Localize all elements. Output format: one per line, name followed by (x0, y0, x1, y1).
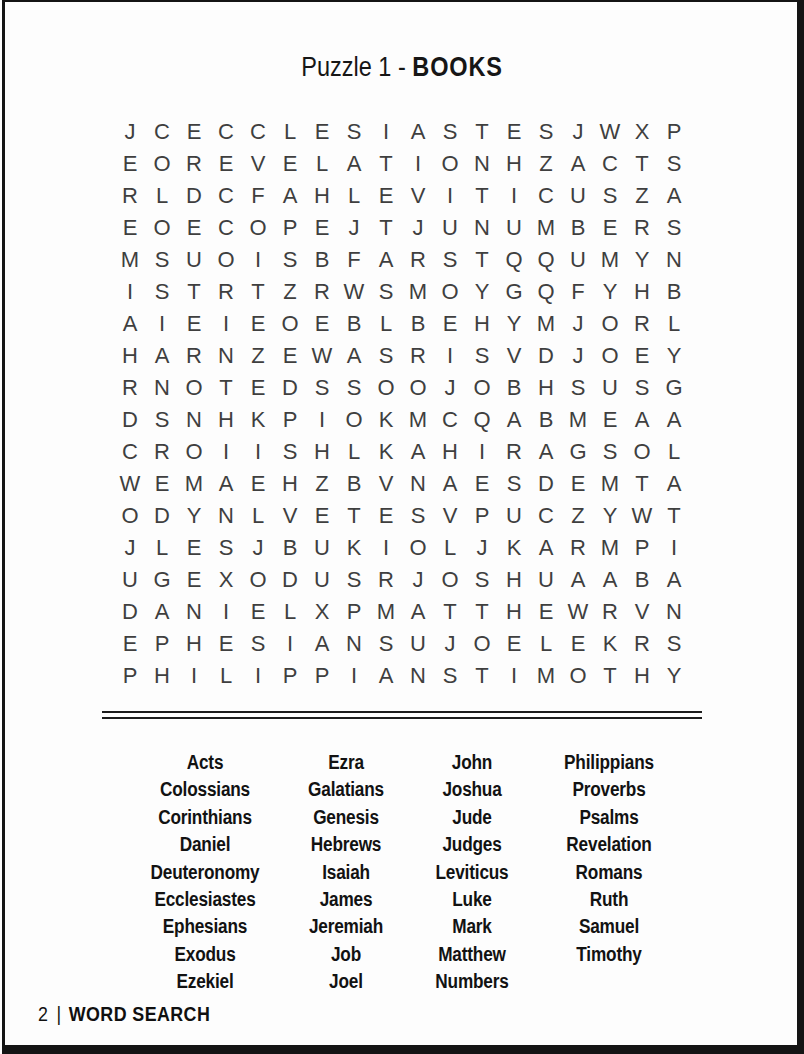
grid-cell[interactable]: C (242, 116, 274, 148)
grid-cell[interactable]: I (242, 660, 274, 692)
grid-cell[interactable]: O (626, 436, 658, 468)
grid-cell[interactable]: V (242, 148, 274, 180)
grid-cell[interactable]: M (402, 276, 434, 308)
grid-cell[interactable]: A (562, 564, 594, 596)
grid-cell[interactable]: H (114, 340, 146, 372)
grid-cell[interactable]: S (466, 340, 498, 372)
grid-cell[interactable]: T (210, 372, 242, 404)
grid-cell[interactable]: E (242, 596, 274, 628)
grid-cell[interactable]: A (530, 532, 562, 564)
grid-cell[interactable]: A (498, 404, 530, 436)
grid-cell[interactable]: K (370, 404, 402, 436)
grid-cell[interactable]: H (498, 564, 530, 596)
grid-cell[interactable]: J (242, 532, 274, 564)
grid-cell[interactable]: A (338, 340, 370, 372)
grid-cell[interactable]: W (114, 468, 146, 500)
grid-cell[interactable]: E (178, 532, 210, 564)
grid-cell[interactable]: E (178, 308, 210, 340)
grid-cell[interactable]: X (306, 596, 338, 628)
grid-cell[interactable]: Y (498, 308, 530, 340)
grid-cell[interactable]: I (498, 660, 530, 692)
grid-cell[interactable]: D (274, 564, 306, 596)
grid-cell[interactable]: N (466, 148, 498, 180)
grid-cell[interactable]: J (402, 564, 434, 596)
grid-cell[interactable]: A (658, 404, 690, 436)
grid-cell[interactable]: N (178, 404, 210, 436)
grid-cell[interactable]: T (370, 148, 402, 180)
grid-cell[interactable]: E (306, 116, 338, 148)
grid-cell[interactable]: Y (594, 276, 626, 308)
grid-cell[interactable]: O (338, 404, 370, 436)
grid-cell[interactable]: S (594, 180, 626, 212)
grid-cell[interactable]: N (466, 212, 498, 244)
grid-cell[interactable]: T (466, 116, 498, 148)
grid-cell[interactable]: E (626, 340, 658, 372)
grid-cell[interactable]: T (626, 468, 658, 500)
grid-cell[interactable]: D (114, 596, 146, 628)
grid-cell[interactable]: L (338, 180, 370, 212)
grid-cell[interactable]: J (466, 532, 498, 564)
grid-cell[interactable]: L (274, 596, 306, 628)
grid-cell[interactable]: M (370, 596, 402, 628)
grid-cell[interactable]: Z (530, 148, 562, 180)
grid-cell[interactable]: U (306, 532, 338, 564)
grid-cell[interactable]: R (370, 564, 402, 596)
grid-cell[interactable]: Q (530, 244, 562, 276)
grid-cell[interactable]: J (434, 372, 466, 404)
grid-cell[interactable]: L (242, 500, 274, 532)
grid-cell[interactable]: N (658, 596, 690, 628)
grid-cell[interactable]: T (370, 212, 402, 244)
grid-cell[interactable]: O (594, 308, 626, 340)
grid-cell[interactable]: M (530, 308, 562, 340)
grid-cell[interactable]: K (594, 628, 626, 660)
grid-cell[interactable]: A (370, 660, 402, 692)
grid-cell[interactable]: C (210, 116, 242, 148)
grid-cell[interactable]: V (370, 468, 402, 500)
grid-cell[interactable]: A (306, 628, 338, 660)
grid-cell[interactable]: O (178, 372, 210, 404)
grid-cell[interactable]: S (434, 116, 466, 148)
grid-cell[interactable]: I (658, 532, 690, 564)
grid-cell[interactable]: E (114, 628, 146, 660)
grid-cell[interactable]: E (498, 116, 530, 148)
grid-cell[interactable]: M (530, 660, 562, 692)
grid-cell[interactable]: P (114, 660, 146, 692)
grid-cell[interactable]: B (274, 532, 306, 564)
grid-cell[interactable]: E (146, 468, 178, 500)
grid-cell[interactable]: H (466, 308, 498, 340)
grid-cell[interactable]: O (210, 244, 242, 276)
grid-cell[interactable]: E (114, 212, 146, 244)
grid-cell[interactable]: H (498, 148, 530, 180)
grid-cell[interactable]: O (178, 436, 210, 468)
grid-cell[interactable]: X (210, 564, 242, 596)
grid-cell[interactable]: E (466, 468, 498, 500)
grid-cell[interactable]: A (530, 436, 562, 468)
grid-cell[interactable]: H (530, 372, 562, 404)
grid-cell[interactable]: I (114, 276, 146, 308)
grid-cell[interactable]: S (338, 564, 370, 596)
grid-cell[interactable]: I (210, 596, 242, 628)
grid-cell[interactable]: S (658, 628, 690, 660)
grid-cell[interactable]: R (178, 340, 210, 372)
grid-cell[interactable]: N (146, 372, 178, 404)
grid-cell[interactable]: A (402, 116, 434, 148)
grid-cell[interactable]: Q (466, 404, 498, 436)
grid-cell[interactable]: S (402, 500, 434, 532)
grid-cell[interactable]: S (370, 628, 402, 660)
grid-cell[interactable]: I (338, 660, 370, 692)
grid-cell[interactable]: S (146, 276, 178, 308)
grid-cell[interactable]: V (498, 340, 530, 372)
grid-cell[interactable]: N (210, 340, 242, 372)
grid-cell[interactable]: M (594, 532, 626, 564)
grid-cell[interactable]: F (562, 276, 594, 308)
grid-cell[interactable]: L (146, 532, 178, 564)
grid-cell[interactable]: H (210, 404, 242, 436)
grid-cell[interactable]: D (530, 340, 562, 372)
grid-cell[interactable]: E (306, 308, 338, 340)
grid-cell[interactable]: P (338, 596, 370, 628)
grid-cell[interactable]: T (242, 276, 274, 308)
grid-cell[interactable]: M (402, 404, 434, 436)
grid-cell[interactable]: O (466, 628, 498, 660)
grid-cell[interactable]: H (434, 436, 466, 468)
grid-cell[interactable]: D (274, 372, 306, 404)
grid-cell[interactable]: I (370, 116, 402, 148)
grid-cell[interactable]: C (210, 212, 242, 244)
grid-cell[interactable]: E (178, 116, 210, 148)
grid-cell[interactable]: U (594, 372, 626, 404)
grid-cell[interactable]: A (146, 596, 178, 628)
grid-cell[interactable]: S (562, 372, 594, 404)
grid-cell[interactable]: E (370, 500, 402, 532)
grid-cell[interactable]: P (274, 404, 306, 436)
grid-cell[interactable]: R (306, 276, 338, 308)
grid-cell[interactable]: G (658, 372, 690, 404)
grid-cell[interactable]: N (210, 500, 242, 532)
grid-cell[interactable]: L (530, 628, 562, 660)
grid-cell[interactable]: O (434, 276, 466, 308)
grid-cell[interactable]: E (562, 628, 594, 660)
grid-cell[interactable]: Y (178, 500, 210, 532)
grid-cell[interactable]: I (466, 436, 498, 468)
grid-cell[interactable]: O (466, 372, 498, 404)
grid-cell[interactable]: J (114, 116, 146, 148)
grid-cell[interactable]: B (498, 372, 530, 404)
grid-cell[interactable]: N (178, 596, 210, 628)
grid-cell[interactable]: H (498, 596, 530, 628)
grid-cell[interactable]: V (274, 500, 306, 532)
grid-cell[interactable]: S (594, 436, 626, 468)
grid-cell[interactable]: P (466, 500, 498, 532)
grid-cell[interactable]: R (562, 532, 594, 564)
grid-cell[interactable]: A (402, 436, 434, 468)
grid-cell[interactable]: H (306, 180, 338, 212)
grid-cell[interactable]: D (114, 404, 146, 436)
grid-cell[interactable]: A (658, 468, 690, 500)
grid-cell[interactable]: I (498, 180, 530, 212)
grid-cell[interactable]: S (210, 532, 242, 564)
grid-cell[interactable]: U (562, 244, 594, 276)
grid-cell[interactable]: P (274, 212, 306, 244)
grid-cell[interactable]: R (626, 308, 658, 340)
grid-cell[interactable]: P (274, 660, 306, 692)
grid-cell[interactable]: I (434, 180, 466, 212)
grid-cell[interactable]: E (370, 180, 402, 212)
grid-cell[interactable]: S (370, 340, 402, 372)
grid-cell[interactable]: O (146, 212, 178, 244)
grid-cell[interactable]: Y (658, 660, 690, 692)
grid-cell[interactable]: E (530, 596, 562, 628)
grid-cell[interactable]: I (434, 340, 466, 372)
grid-cell[interactable]: W (626, 500, 658, 532)
grid-cell[interactable]: T (466, 660, 498, 692)
grid-cell[interactable]: U (530, 564, 562, 596)
grid-cell[interactable]: I (146, 308, 178, 340)
grid-cell[interactable]: I (210, 308, 242, 340)
grid-cell[interactable]: M (178, 468, 210, 500)
grid-cell[interactable]: V (434, 500, 466, 532)
grid-cell[interactable]: J (562, 340, 594, 372)
grid-cell[interactable]: O (242, 212, 274, 244)
grid-cell[interactable]: J (562, 308, 594, 340)
grid-cell[interactable]: A (370, 244, 402, 276)
grid-cell[interactable]: L (370, 308, 402, 340)
grid-cell[interactable]: Y (626, 244, 658, 276)
grid-cell[interactable]: N (402, 660, 434, 692)
grid-cell[interactable]: M (114, 244, 146, 276)
grid-cell[interactable]: M (530, 212, 562, 244)
grid-cell[interactable]: K (498, 532, 530, 564)
grid-cell[interactable]: E (306, 212, 338, 244)
grid-cell[interactable]: W (594, 116, 626, 148)
grid-cell[interactable]: A (274, 180, 306, 212)
grid-cell[interactable]: W (306, 340, 338, 372)
grid-cell[interactable]: D (146, 500, 178, 532)
grid-cell[interactable]: A (114, 308, 146, 340)
grid-cell[interactable]: B (338, 468, 370, 500)
grid-cell[interactable]: U (498, 212, 530, 244)
grid-cell[interactable]: L (274, 116, 306, 148)
grid-cell[interactable]: O (402, 532, 434, 564)
grid-cell[interactable]: O (562, 660, 594, 692)
grid-cell[interactable]: I (242, 244, 274, 276)
grid-cell[interactable]: P (626, 532, 658, 564)
grid-cell[interactable]: X (626, 116, 658, 148)
grid-cell[interactable]: V (626, 596, 658, 628)
grid-cell[interactable]: E (594, 212, 626, 244)
grid-cell[interactable]: G (146, 564, 178, 596)
grid-cell[interactable]: L (306, 148, 338, 180)
grid-cell[interactable]: K (370, 436, 402, 468)
grid-cell[interactable]: L (210, 660, 242, 692)
grid-cell[interactable]: U (562, 180, 594, 212)
grid-cell[interactable]: S (338, 116, 370, 148)
grid-cell[interactable]: S (274, 244, 306, 276)
grid-cell[interactable]: H (626, 276, 658, 308)
grid-cell[interactable]: L (338, 436, 370, 468)
grid-cell[interactable]: R (594, 596, 626, 628)
grid-cell[interactable]: N (402, 468, 434, 500)
grid-cell[interactable]: C (530, 180, 562, 212)
grid-cell[interactable]: S (146, 404, 178, 436)
grid-cell[interactable]: R (402, 340, 434, 372)
grid-cell[interactable]: O (274, 308, 306, 340)
grid-cell[interactable]: U (306, 564, 338, 596)
grid-cell[interactable]: S (658, 212, 690, 244)
grid-cell[interactable]: A (338, 148, 370, 180)
grid-cell[interactable]: R (402, 244, 434, 276)
grid-cell[interactable]: R (146, 436, 178, 468)
grid-cell[interactable]: E (242, 468, 274, 500)
grid-cell[interactable]: A (658, 564, 690, 596)
grid-cell[interactable]: L (658, 436, 690, 468)
grid-cell[interactable]: U (402, 628, 434, 660)
grid-cell[interactable]: H (626, 660, 658, 692)
grid-cell[interactable]: I (178, 660, 210, 692)
grid-cell[interactable]: N (338, 628, 370, 660)
grid-cell[interactable]: O (434, 564, 466, 596)
grid-cell[interactable]: C (530, 500, 562, 532)
grid-cell[interactable]: R (210, 276, 242, 308)
grid-cell[interactable]: S (434, 660, 466, 692)
grid-cell[interactable]: L (434, 532, 466, 564)
grid-cell[interactable]: Z (306, 468, 338, 500)
grid-cell[interactable]: U (434, 212, 466, 244)
grid-cell[interactable]: S (370, 276, 402, 308)
grid-cell[interactable]: T (466, 596, 498, 628)
grid-cell[interactable]: H (306, 436, 338, 468)
grid-cell[interactable]: R (498, 436, 530, 468)
grid-cell[interactable]: N (658, 244, 690, 276)
grid-cell[interactable]: Y (594, 500, 626, 532)
grid-cell[interactable]: R (178, 148, 210, 180)
grid-cell[interactable]: R (626, 212, 658, 244)
grid-cell[interactable]: O (434, 148, 466, 180)
grid-cell[interactable]: T (658, 500, 690, 532)
grid-cell[interactable]: J (562, 116, 594, 148)
grid-cell[interactable]: C (434, 404, 466, 436)
grid-cell[interactable]: O (114, 500, 146, 532)
grid-cell[interactable]: C (114, 436, 146, 468)
grid-cell[interactable]: H (274, 468, 306, 500)
grid-cell[interactable]: T (594, 660, 626, 692)
grid-cell[interactable]: D (178, 180, 210, 212)
grid-cell[interactable]: C (146, 116, 178, 148)
grid-cell[interactable]: A (402, 596, 434, 628)
grid-cell[interactable]: T (466, 180, 498, 212)
grid-cell[interactable]: M (562, 404, 594, 436)
grid-cell[interactable]: S (626, 372, 658, 404)
grid-cell[interactable]: L (658, 308, 690, 340)
grid-cell[interactable]: Y (466, 276, 498, 308)
grid-cell[interactable]: M (594, 468, 626, 500)
grid-cell[interactable]: S (338, 372, 370, 404)
grid-cell[interactable]: B (626, 564, 658, 596)
grid-cell[interactable]: H (146, 660, 178, 692)
grid-cell[interactable]: V (402, 180, 434, 212)
grid-cell[interactable]: Z (562, 500, 594, 532)
grid-cell[interactable]: S (434, 244, 466, 276)
grid-cell[interactable]: E (594, 404, 626, 436)
grid-cell[interactable]: Q (498, 244, 530, 276)
grid-cell[interactable]: Z (626, 180, 658, 212)
grid-cell[interactable]: U (498, 500, 530, 532)
grid-cell[interactable]: O (242, 564, 274, 596)
grid-cell[interactable]: S (306, 372, 338, 404)
grid-cell[interactable]: J (434, 628, 466, 660)
grid-cell[interactable]: T (178, 276, 210, 308)
grid-cell[interactable]: E (562, 468, 594, 500)
grid-cell[interactable]: E (242, 372, 274, 404)
grid-cell[interactable]: A (658, 180, 690, 212)
grid-cell[interactable]: P (306, 660, 338, 692)
grid-cell[interactable]: R (114, 372, 146, 404)
grid-cell[interactable]: A (562, 148, 594, 180)
grid-cell[interactable]: E (178, 564, 210, 596)
grid-cell[interactable]: F (242, 180, 274, 212)
grid-cell[interactable]: M (594, 244, 626, 276)
grid-cell[interactable]: Z (242, 340, 274, 372)
grid-cell[interactable]: U (178, 244, 210, 276)
grid-cell[interactable]: A (594, 564, 626, 596)
grid-cell[interactable]: G (498, 276, 530, 308)
grid-cell[interactable]: R (626, 628, 658, 660)
grid-cell[interactable]: E (498, 628, 530, 660)
grid-cell[interactable]: C (594, 148, 626, 180)
grid-cell[interactable]: O (402, 372, 434, 404)
grid-cell[interactable]: I (242, 436, 274, 468)
grid-cell[interactable]: D (530, 468, 562, 500)
grid-cell[interactable]: O (146, 148, 178, 180)
grid-cell[interactable]: S (274, 436, 306, 468)
grid-cell[interactable]: I (306, 404, 338, 436)
grid-cell[interactable]: E (434, 308, 466, 340)
grid-cell[interactable]: A (626, 404, 658, 436)
grid-cell[interactable]: C (210, 180, 242, 212)
grid-cell[interactable]: O (370, 372, 402, 404)
grid-cell[interactable]: A (210, 468, 242, 500)
grid-cell[interactable]: G (562, 436, 594, 468)
grid-cell[interactable]: I (370, 532, 402, 564)
grid-cell[interactable]: B (306, 244, 338, 276)
grid-cell[interactable]: J (338, 212, 370, 244)
grid-cell[interactable]: B (562, 212, 594, 244)
grid-cell[interactable]: S (498, 468, 530, 500)
grid-cell[interactable]: R (114, 180, 146, 212)
grid-cell[interactable]: S (242, 628, 274, 660)
grid-cell[interactable]: B (338, 308, 370, 340)
grid-cell[interactable]: T (626, 148, 658, 180)
grid-cell[interactable]: S (466, 564, 498, 596)
grid-cell[interactable]: S (530, 116, 562, 148)
grid-cell[interactable]: F (338, 244, 370, 276)
grid-cell[interactable]: P (658, 116, 690, 148)
grid-cell[interactable]: E (114, 148, 146, 180)
grid-cell[interactable]: S (658, 148, 690, 180)
grid-cell[interactable]: E (242, 308, 274, 340)
grid-cell[interactable]: B (530, 404, 562, 436)
grid-cell[interactable]: E (210, 628, 242, 660)
grid-cell[interactable]: J (114, 532, 146, 564)
grid-cell[interactable]: A (146, 340, 178, 372)
grid-cell[interactable]: W (562, 596, 594, 628)
grid-cell[interactable]: U (114, 564, 146, 596)
grid-cell[interactable]: T (338, 500, 370, 532)
grid-cell[interactable]: T (466, 244, 498, 276)
